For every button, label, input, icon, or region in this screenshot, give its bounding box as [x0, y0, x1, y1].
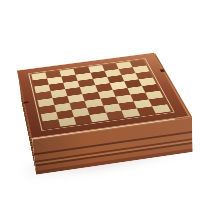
hinge-notch-left: [23, 101, 28, 103]
product-photo: [0, 0, 200, 200]
chess-box-lid-top: [17, 53, 191, 139]
square-h5: [139, 78, 157, 86]
latch-notch-right: [160, 69, 165, 72]
